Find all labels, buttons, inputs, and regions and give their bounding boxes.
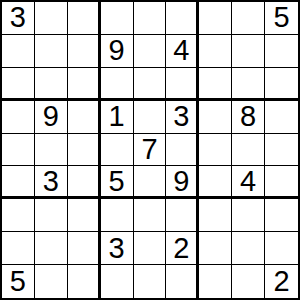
cell-r5c8[interactable] <box>232 134 265 167</box>
cell-r8c3[interactable] <box>68 232 101 265</box>
cell-r7c1[interactable] <box>2 199 35 232</box>
cell-r3c3[interactable] <box>68 68 101 101</box>
cell-r1c9: 5 <box>265 2 298 35</box>
sudoku-board: 35949138735943252 <box>0 0 300 300</box>
cell-r9c6[interactable] <box>166 265 199 298</box>
cell-r9c5[interactable] <box>134 265 167 298</box>
cell-r9c2[interactable] <box>35 265 68 298</box>
cell-r4c1[interactable] <box>2 101 35 134</box>
cell-r3c7[interactable] <box>199 68 232 101</box>
cell-r2c7[interactable] <box>199 35 232 68</box>
cell-r4c2: 9 <box>35 101 68 134</box>
cell-r8c4: 3 <box>101 232 134 265</box>
cell-r5c5: 7 <box>134 134 167 167</box>
cell-r7c9[interactable] <box>265 199 298 232</box>
cell-r9c7[interactable] <box>199 265 232 298</box>
cell-r4c8: 8 <box>232 101 265 134</box>
cell-r2c4: 9 <box>101 35 134 68</box>
cell-r1c5[interactable] <box>134 2 167 35</box>
cell-r7c6[interactable] <box>166 199 199 232</box>
cell-r8c6: 2 <box>166 232 199 265</box>
cell-r9c3[interactable] <box>68 265 101 298</box>
cell-r9c1: 5 <box>2 265 35 298</box>
cell-r6c8: 4 <box>232 166 265 199</box>
cell-r7c2[interactable] <box>35 199 68 232</box>
cell-r6c3[interactable] <box>68 166 101 199</box>
cell-r1c6[interactable] <box>166 2 199 35</box>
cell-r5c9[interactable] <box>265 134 298 167</box>
cell-r6c6: 9 <box>166 166 199 199</box>
cell-r7c4[interactable] <box>101 199 134 232</box>
cell-r8c9[interactable] <box>265 232 298 265</box>
cell-r1c4[interactable] <box>101 2 134 35</box>
cell-r3c1[interactable] <box>2 68 35 101</box>
cell-r8c7[interactable] <box>199 232 232 265</box>
cell-r4c6: 3 <box>166 101 199 134</box>
cell-r2c2[interactable] <box>35 35 68 68</box>
cell-r3c9[interactable] <box>265 68 298 101</box>
cell-r3c8[interactable] <box>232 68 265 101</box>
cell-r6c7[interactable] <box>199 166 232 199</box>
cell-r5c6[interactable] <box>166 134 199 167</box>
cell-r8c2[interactable] <box>35 232 68 265</box>
cell-r2c9[interactable] <box>265 35 298 68</box>
cell-r4c3[interactable] <box>68 101 101 134</box>
cell-r8c8[interactable] <box>232 232 265 265</box>
cell-r4c5[interactable] <box>134 101 167 134</box>
cell-r1c8[interactable] <box>232 2 265 35</box>
cell-r2c5[interactable] <box>134 35 167 68</box>
cell-r3c6[interactable] <box>166 68 199 101</box>
cell-r8c5[interactable] <box>134 232 167 265</box>
cell-r9c9: 2 <box>265 265 298 298</box>
cell-r1c1: 3 <box>2 2 35 35</box>
cell-r6c2: 3 <box>35 166 68 199</box>
cell-r4c4: 1 <box>101 101 134 134</box>
cell-r2c3[interactable] <box>68 35 101 68</box>
cell-r5c3[interactable] <box>68 134 101 167</box>
cell-r2c1[interactable] <box>2 35 35 68</box>
cell-r9c4[interactable] <box>101 265 134 298</box>
cell-r5c4[interactable] <box>101 134 134 167</box>
cell-r5c2[interactable] <box>35 134 68 167</box>
cell-r3c4[interactable] <box>101 68 134 101</box>
cell-r4c7[interactable] <box>199 101 232 134</box>
cell-r3c5[interactable] <box>134 68 167 101</box>
cell-r8c1[interactable] <box>2 232 35 265</box>
cell-r2c6: 4 <box>166 35 199 68</box>
cell-r6c4: 5 <box>101 166 134 199</box>
cell-r5c1[interactable] <box>2 134 35 167</box>
cell-r2c8[interactable] <box>232 35 265 68</box>
cell-r7c7[interactable] <box>199 199 232 232</box>
cell-r7c8[interactable] <box>232 199 265 232</box>
cell-r1c2[interactable] <box>35 2 68 35</box>
cell-r6c9[interactable] <box>265 166 298 199</box>
cell-r6c1[interactable] <box>2 166 35 199</box>
cell-r1c3[interactable] <box>68 2 101 35</box>
cell-r7c3[interactable] <box>68 199 101 232</box>
cell-r6c5[interactable] <box>134 166 167 199</box>
cell-r1c7[interactable] <box>199 2 232 35</box>
cell-r9c8[interactable] <box>232 265 265 298</box>
cell-r4c9[interactable] <box>265 101 298 134</box>
cell-r5c7[interactable] <box>199 134 232 167</box>
cell-r7c5[interactable] <box>134 199 167 232</box>
cell-r3c2[interactable] <box>35 68 68 101</box>
